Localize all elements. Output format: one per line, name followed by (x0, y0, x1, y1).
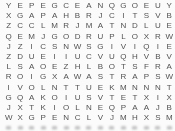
cell-r7c15[interactable]: A (164, 62, 175, 72)
cell-r7c13[interactable]: F (141, 62, 152, 72)
cell-r10c5[interactable]: O (49, 93, 60, 103)
cell-r5c9[interactable]: G (95, 42, 106, 52)
cell-r11c5[interactable]: I (49, 103, 60, 113)
cell-r8c6[interactable]: A (60, 72, 71, 82)
cell-r6c10[interactable]: U (106, 52, 117, 62)
cell-r4c12[interactable]: O (129, 32, 140, 42)
cell-r11c1[interactable]: J (3, 103, 14, 113)
cell-r5c10[interactable]: I (106, 42, 117, 52)
cell-r5c4[interactable]: C (37, 42, 48, 52)
cell-r4c13[interactable]: X (141, 32, 152, 42)
cell-r7c3[interactable]: A (26, 62, 37, 72)
cell-r1c2[interactable]: E (14, 1, 25, 11)
cell-r10c4[interactable]: K (37, 93, 48, 103)
cell-r7c1[interactable]: L (3, 62, 14, 72)
cell-r5c1[interactable]: J (3, 42, 14, 52)
cell-r9c9[interactable]: E (95, 83, 106, 93)
cell-r5c8[interactable]: S (83, 42, 94, 52)
cell-r3c1[interactable]: Z (3, 21, 14, 31)
cell-r10c13[interactable]: X (141, 93, 152, 103)
cell-r1c1[interactable]: Y (3, 1, 14, 11)
cell-r3c10[interactable]: T (106, 21, 117, 31)
cell-r11c14[interactable]: J (152, 103, 163, 113)
cell-r4c15[interactable]: W (164, 32, 175, 42)
cell-r2c8[interactable]: R (83, 11, 94, 21)
cell-r10c8[interactable]: S (83, 93, 94, 103)
letter-grid: YEPEGCEANQGOEUYXGAPAHBRJCITSVBZCCLMRJMAT… (3, 1, 175, 131)
cell-r6c1[interactable]: Z (3, 52, 14, 62)
cell-r11c12[interactable]: A (129, 103, 140, 113)
cell-r11c8[interactable]: N (83, 103, 94, 113)
cell-r4c2[interactable]: E (14, 32, 25, 42)
cell-r5c7[interactable]: W (72, 42, 83, 52)
cell-r10c10[interactable]: T (106, 93, 117, 103)
cell-r11c2[interactable]: X (14, 103, 25, 113)
cell-r9c3[interactable]: O (26, 83, 37, 93)
cutoff-letter-tip-c1 (3, 123, 14, 131)
cell-r6c14[interactable]: B (152, 52, 163, 62)
cutoff-letter-tip-c5 (49, 123, 60, 131)
cell-r6c13[interactable]: V (141, 52, 152, 62)
cell-r11c9[interactable]: E (95, 103, 106, 113)
cell-r12c8[interactable]: L (83, 113, 94, 123)
cell-r3c3[interactable]: C (26, 21, 37, 31)
cell-r8c9[interactable]: S (95, 72, 106, 82)
cell-r8c5[interactable]: X (49, 72, 60, 82)
cell-r7c14[interactable]: R (152, 62, 163, 72)
cell-r9c2[interactable]: V (14, 83, 25, 93)
cell-r10c15[interactable]: X (164, 93, 175, 103)
cell-r2c2[interactable]: G (14, 11, 25, 21)
cell-r3c7[interactable]: J (72, 21, 83, 31)
cell-r9c6[interactable]: T (60, 83, 71, 93)
cutoff-letter-tip-c9 (95, 123, 106, 131)
cutoff-letter-tip-c12 (129, 123, 140, 131)
cell-r10c7[interactable]: U (72, 93, 83, 103)
cell-r5c15[interactable]: E (164, 42, 175, 52)
cell-r9c1[interactable]: I (3, 83, 14, 93)
cell-r7c4[interactable]: O (37, 62, 48, 72)
cell-r7c2[interactable]: S (14, 62, 25, 72)
cell-r6c5[interactable]: I (49, 52, 60, 62)
cell-r7c10[interactable]: O (106, 62, 117, 72)
cell-r1c14[interactable]: U (152, 1, 163, 11)
cell-r3c4[interactable]: L (37, 21, 48, 31)
cell-r4c4[interactable]: J (37, 32, 48, 42)
cell-r9c10[interactable]: K (106, 83, 117, 93)
cutoff-letter-tip-c8 (83, 123, 94, 131)
cell-r6c15[interactable]: V (164, 52, 175, 62)
cutoff-letter-tip-c2 (14, 123, 25, 131)
cell-r3c9[interactable]: A (95, 21, 106, 31)
cell-r1c4[interactable]: E (37, 1, 48, 11)
cell-r4c5[interactable]: G (49, 32, 60, 42)
cell-r1c11[interactable]: G (118, 1, 129, 11)
cell-r4c6[interactable]: O (60, 32, 71, 42)
cell-r11c15[interactable]: B (164, 103, 175, 113)
cell-r8c14[interactable]: S (152, 72, 163, 82)
cell-r2c5[interactable]: A (49, 11, 60, 21)
cell-r1c10[interactable]: Q (106, 1, 117, 11)
cutoff-letter-tip-c11 (118, 123, 129, 131)
cell-r4c14[interactable]: R (152, 32, 163, 42)
cell-r9c12[interactable]: N (129, 83, 140, 93)
cell-r2c11[interactable]: I (118, 11, 129, 21)
cell-r9c7[interactable]: T (72, 83, 83, 93)
cell-r8c8[interactable]: A (83, 72, 94, 82)
cell-r7c11[interactable]: T (118, 62, 129, 72)
cell-r5c3[interactable]: I (26, 42, 37, 52)
cell-r10c11[interactable]: E (118, 93, 129, 103)
cell-r5c2[interactable]: Z (14, 42, 25, 52)
cell-r3c5[interactable]: M (49, 21, 60, 31)
cell-r12c13[interactable]: X (141, 113, 152, 123)
cell-r10c9[interactable]: V (95, 93, 106, 103)
cell-r12c12[interactable]: H (129, 113, 140, 123)
cell-r3c13[interactable]: L (141, 21, 152, 31)
cell-r4c7[interactable]: D (72, 32, 83, 42)
cell-r11c13[interactable]: A (141, 103, 152, 113)
cell-r6c9[interactable]: V (95, 52, 106, 62)
cell-r4c10[interactable]: P (106, 32, 117, 42)
cell-r2c10[interactable]: C (106, 11, 117, 21)
cell-r4c3[interactable]: M (26, 32, 37, 42)
cell-r1c8[interactable]: A (83, 1, 94, 11)
cell-r8c7[interactable]: W (72, 72, 83, 82)
cell-r6c7[interactable]: U (72, 52, 83, 62)
cell-r12c14[interactable]: S (152, 113, 163, 123)
cell-r1c9[interactable]: N (95, 1, 106, 11)
cell-r9c11[interactable]: M (118, 83, 129, 93)
cell-r5c13[interactable]: Q (141, 42, 152, 52)
cell-r1c15[interactable]: Y (164, 1, 175, 11)
cell-r5c5[interactable]: S (49, 42, 60, 52)
cell-r12c11[interactable]: M (118, 113, 129, 123)
cell-r4c11[interactable]: L (118, 32, 129, 42)
cutoff-letter-tip-c10 (106, 123, 117, 131)
cutoff-letter-tip-c13 (141, 123, 152, 131)
cell-r6c12[interactable]: H (129, 52, 140, 62)
cell-r11c3[interactable]: T (26, 103, 37, 113)
cell-r3c14[interactable]: U (152, 21, 163, 31)
word-search-board: YEPEGCEANQGOEUYXGAPAHBRJCITSVBZCCLMRJMAT… (0, 0, 175, 131)
cell-r2c1[interactable]: X (3, 11, 14, 21)
cell-r1c6[interactable]: C (60, 1, 71, 11)
cell-r12c1[interactable]: W (3, 113, 14, 123)
cell-r5c14[interactable]: I (152, 42, 163, 52)
cell-r11c6[interactable]: O (60, 103, 71, 113)
cell-r10c1[interactable]: G (3, 93, 14, 103)
cutoff-letter-tip-c3 (26, 123, 37, 131)
cell-r8c11[interactable]: R (118, 72, 129, 82)
cell-r12c7[interactable]: C (72, 113, 83, 123)
cell-r3c6[interactable]: R (60, 21, 71, 31)
cell-r12c5[interactable]: E (49, 113, 60, 123)
cell-r12c3[interactable]: G (26, 113, 37, 123)
cell-r12c9[interactable]: V (95, 113, 106, 123)
cell-r7c12[interactable]: S (129, 62, 140, 72)
cell-r7c7[interactable]: H (72, 62, 83, 72)
cell-r7c5[interactable]: E (49, 62, 60, 72)
cell-r3c11[interactable]: N (118, 21, 129, 31)
cell-r9c8[interactable]: U (83, 83, 94, 93)
cell-r8c10[interactable]: T (106, 72, 117, 82)
cell-r8c4[interactable]: G (37, 72, 48, 82)
cell-r3c2[interactable]: C (14, 21, 25, 31)
cell-r9c5[interactable]: N (49, 83, 60, 93)
cell-r8c13[interactable]: P (141, 72, 152, 82)
cell-r7c6[interactable]: Z (60, 62, 71, 72)
cell-r10c14[interactable]: I (152, 93, 163, 103)
cell-r2c13[interactable]: S (141, 11, 152, 21)
cell-r12c4[interactable]: P (37, 113, 48, 123)
cell-r12c6[interactable]: N (60, 113, 71, 123)
cell-r10c3[interactable]: A (26, 93, 37, 103)
cell-r2c15[interactable]: B (164, 11, 175, 21)
cell-r6c8[interactable]: C (83, 52, 94, 62)
cell-r9c15[interactable]: T (164, 83, 175, 93)
cutoff-letter-tip-c14 (152, 123, 163, 131)
cell-r12c2[interactable]: X (14, 113, 25, 123)
cell-r12c10[interactable]: J (106, 113, 117, 123)
cell-r8c3[interactable]: I (26, 72, 37, 82)
cell-r2c7[interactable]: B (72, 11, 83, 21)
cell-r11c10[interactable]: Q (106, 103, 117, 113)
cell-r7c9[interactable]: B (95, 62, 106, 72)
cell-r4c8[interactable]: R (83, 32, 94, 42)
cell-r4c9[interactable]: U (95, 32, 106, 42)
cell-r10c12[interactable]: T (129, 93, 140, 103)
cell-r8c1[interactable]: R (3, 72, 14, 82)
cutoff-letter-tip-c15 (164, 123, 175, 131)
cell-r6c6[interactable]: I (60, 52, 71, 62)
cell-r11c11[interactable]: P (118, 103, 129, 113)
cell-r1c13[interactable]: E (141, 1, 152, 11)
cell-r2c12[interactable]: T (129, 11, 140, 21)
cell-r11c7[interactable]: L (72, 103, 83, 113)
cell-r10c6[interactable]: I (60, 93, 71, 103)
cell-r9c14[interactable]: N (152, 83, 163, 93)
cutoff-letter-tip-c4 (37, 123, 48, 131)
cell-r6c4[interactable]: E (37, 52, 48, 62)
cell-r2c6[interactable]: H (60, 11, 71, 21)
cell-r8c2[interactable]: O (14, 72, 25, 82)
cell-r1c5[interactable]: G (49, 1, 60, 11)
cell-r3c8[interactable]: M (83, 21, 94, 31)
cell-r1c3[interactable]: P (26, 1, 37, 11)
cell-r9c4[interactable]: L (37, 83, 48, 93)
cell-r9c13[interactable]: N (141, 83, 152, 93)
cell-r2c4[interactable]: P (37, 11, 48, 21)
cell-r12c15[interactable]: M (164, 113, 175, 123)
cell-r1c7[interactable]: E (72, 1, 83, 11)
cell-r5c12[interactable]: I (129, 42, 140, 52)
cell-r3c15[interactable]: E (164, 21, 175, 31)
cell-r6c2[interactable]: D (14, 52, 25, 62)
cell-r5c6[interactable]: N (60, 42, 71, 52)
cell-r10c2[interactable]: Q (14, 93, 25, 103)
cell-r1c12[interactable]: O (129, 1, 140, 11)
cell-r6c3[interactable]: U (26, 52, 37, 62)
cell-r2c14[interactable]: V (152, 11, 163, 21)
cell-r11c4[interactable]: K (37, 103, 48, 113)
cell-r6c11[interactable]: Q (118, 52, 129, 62)
cell-r8c12[interactable]: A (129, 72, 140, 82)
cell-r5c11[interactable]: V (118, 42, 129, 52)
cell-r8c15[interactable]: W (164, 72, 175, 82)
cell-r2c9[interactable]: J (95, 11, 106, 21)
cutoff-letter-tip-c7 (72, 123, 83, 131)
cell-r2c3[interactable]: A (26, 11, 37, 21)
cell-r3c12[interactable]: D (129, 21, 140, 31)
cell-r7c8[interactable]: L (83, 62, 94, 72)
cell-r4c1[interactable]: Q (3, 32, 14, 42)
cutoff-letter-tip-c6 (60, 123, 71, 131)
